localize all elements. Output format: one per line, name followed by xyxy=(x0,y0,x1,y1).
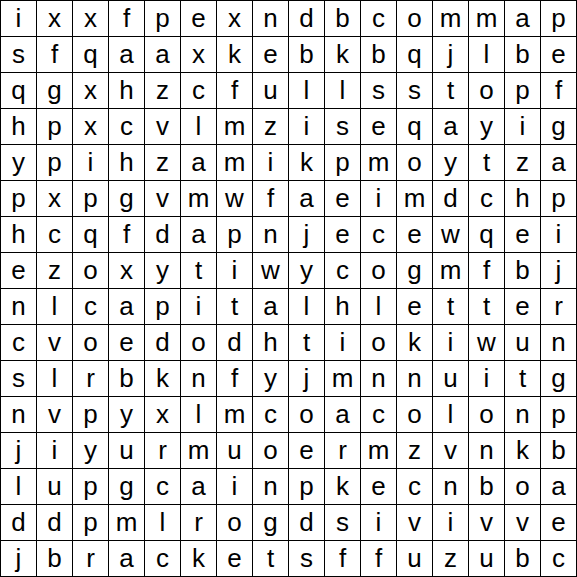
grid-cell[interactable]: e xyxy=(505,289,540,324)
grid-cell[interactable]: l xyxy=(181,397,216,432)
grid-cell[interactable]: n xyxy=(469,433,504,468)
grid-cell[interactable]: j xyxy=(289,217,324,252)
grid-cell[interactable]: c xyxy=(361,217,396,252)
grid-cell[interactable]: b xyxy=(505,541,540,576)
grid-cell[interactable]: h xyxy=(1,217,36,252)
grid-cell[interactable]: g xyxy=(37,73,72,108)
grid-cell[interactable]: d xyxy=(145,325,180,360)
grid-cell[interactable]: n xyxy=(253,469,288,504)
grid-cell[interactable]: l xyxy=(325,73,360,108)
grid-cell[interactable]: d xyxy=(37,505,72,540)
grid-cell[interactable]: o xyxy=(361,253,396,288)
grid-cell[interactable]: p xyxy=(505,73,540,108)
grid-cell[interactable]: j xyxy=(1,541,36,576)
grid-cell[interactable]: f xyxy=(217,361,252,396)
grid-cell[interactable]: s xyxy=(289,541,324,576)
grid-cell[interactable]: d xyxy=(289,1,324,36)
grid-cell[interactable]: p xyxy=(73,469,108,504)
grid-cell[interactable]: z xyxy=(37,253,72,288)
grid-cell[interactable]: p xyxy=(145,289,180,324)
grid-cell[interactable]: a xyxy=(505,1,540,36)
grid-cell[interactable]: o xyxy=(397,1,432,36)
grid-cell[interactable]: z xyxy=(145,73,180,108)
grid-cell[interactable]: m xyxy=(397,181,432,216)
grid-cell[interactable]: o xyxy=(397,145,432,180)
grid-cell[interactable]: p xyxy=(73,181,108,216)
grid-cell[interactable]: c xyxy=(145,469,180,504)
grid-cell[interactable]: g xyxy=(541,109,576,144)
grid-cell[interactable]: w xyxy=(433,217,468,252)
word-search-grid: ixxfpexndbcommapsfqaaxkebkbqjlbeqgxhzcfu… xyxy=(0,0,577,577)
grid-cell[interactable]: n xyxy=(1,289,36,324)
grid-cell[interactable]: c xyxy=(253,397,288,432)
grid-cell[interactable]: r xyxy=(73,361,108,396)
grid-cell[interactable]: p xyxy=(73,397,108,432)
grid-cell[interactable]: s xyxy=(1,361,36,396)
grid-cell[interactable]: p xyxy=(1,181,36,216)
grid-cell[interactable]: b xyxy=(361,37,396,72)
grid-cell[interactable]: p xyxy=(541,181,576,216)
grid-cell[interactable]: l xyxy=(1,469,36,504)
grid-cell[interactable]: i xyxy=(217,469,252,504)
grid-cell[interactable]: u xyxy=(469,541,504,576)
grid-cell[interactable]: u xyxy=(217,433,252,468)
grid-cell[interactable]: m xyxy=(109,505,144,540)
grid-cell[interactable]: r xyxy=(181,505,216,540)
grid-cell[interactable]: r xyxy=(541,289,576,324)
grid-cell[interactable]: w xyxy=(217,181,252,216)
grid-cell[interactable]: e xyxy=(217,541,252,576)
grid-cell[interactable]: l xyxy=(37,289,72,324)
grid-cell[interactable]: c xyxy=(1,325,36,360)
grid-cell[interactable]: p xyxy=(289,469,324,504)
grid-cell[interactable]: c xyxy=(109,109,144,144)
grid-cell[interactable]: b xyxy=(505,37,540,72)
grid-cell[interactable]: s xyxy=(325,109,360,144)
grid-cell[interactable]: d xyxy=(217,325,252,360)
grid-cell[interactable]: t xyxy=(469,289,504,324)
grid-cell[interactable]: n xyxy=(181,361,216,396)
grid-cell[interactable]: e xyxy=(289,433,324,468)
grid-cell[interactable]: q xyxy=(73,37,108,72)
grid-cell[interactable]: e xyxy=(109,325,144,360)
grid-cell[interactable]: m xyxy=(217,145,252,180)
grid-cell[interactable]: d xyxy=(145,217,180,252)
grid-cell[interactable]: o xyxy=(469,397,504,432)
grid-cell[interactable]: i xyxy=(37,433,72,468)
grid-cell[interactable]: i xyxy=(541,217,576,252)
grid-cell[interactable]: u xyxy=(397,541,432,576)
grid-cell[interactable]: l xyxy=(37,361,72,396)
grid-cell[interactable]: e xyxy=(1,253,36,288)
grid-cell[interactable]: b xyxy=(325,1,360,36)
grid-cell[interactable]: a xyxy=(433,109,468,144)
grid-cell[interactable]: h xyxy=(109,145,144,180)
grid-cell[interactable]: h xyxy=(109,73,144,108)
grid-cell[interactable]: z xyxy=(145,145,180,180)
grid-cell[interactable]: s xyxy=(325,505,360,540)
grid-cell[interactable]: c xyxy=(181,73,216,108)
grid-cell[interactable]: i xyxy=(73,145,108,180)
grid-cell[interactable]: v xyxy=(469,505,504,540)
grid-cell[interactable]: v xyxy=(145,181,180,216)
grid-cell[interactable]: k xyxy=(397,325,432,360)
grid-cell[interactable]: b xyxy=(289,37,324,72)
grid-cell[interactable]: c xyxy=(325,253,360,288)
grid-cell[interactable]: p xyxy=(541,1,576,36)
grid-cell[interactable]: t xyxy=(505,361,540,396)
grid-cell[interactable]: e xyxy=(181,1,216,36)
grid-cell[interactable]: f xyxy=(361,541,396,576)
grid-cell[interactable]: k xyxy=(181,541,216,576)
grid-cell[interactable]: g xyxy=(109,181,144,216)
grid-cell[interactable]: e xyxy=(541,505,576,540)
grid-cell[interactable]: q xyxy=(397,109,432,144)
grid-cell[interactable]: v xyxy=(433,433,468,468)
grid-cell[interactable]: a xyxy=(181,469,216,504)
grid-cell[interactable]: j xyxy=(1,433,36,468)
grid-cell[interactable]: e xyxy=(505,217,540,252)
grid-cell[interactable]: v xyxy=(37,325,72,360)
grid-cell[interactable]: z xyxy=(433,541,468,576)
grid-cell[interactable]: y xyxy=(145,253,180,288)
grid-cell[interactable]: t xyxy=(433,73,468,108)
grid-cell[interactable]: r xyxy=(73,541,108,576)
grid-cell[interactable]: v xyxy=(397,505,432,540)
grid-cell[interactable]: a xyxy=(253,289,288,324)
grid-cell[interactable]: o xyxy=(361,325,396,360)
grid-cell[interactable]: h xyxy=(325,289,360,324)
grid-cell[interactable]: e xyxy=(325,217,360,252)
grid-cell[interactable]: c xyxy=(541,541,576,576)
grid-cell[interactable]: z xyxy=(397,433,432,468)
grid-cell[interactable]: g xyxy=(253,505,288,540)
grid-cell[interactable]: p xyxy=(325,145,360,180)
grid-cell[interactable]: i xyxy=(361,181,396,216)
grid-cell[interactable]: d xyxy=(433,181,468,216)
grid-cell[interactable]: b xyxy=(109,361,144,396)
grid-cell[interactable]: i xyxy=(1,1,36,36)
grid-cell[interactable]: c xyxy=(469,181,504,216)
grid-cell[interactable]: x xyxy=(73,109,108,144)
grid-cell[interactable]: i xyxy=(253,145,288,180)
grid-cell[interactable]: y xyxy=(289,253,324,288)
grid-cell[interactable]: v xyxy=(505,505,540,540)
grid-cell[interactable]: a xyxy=(289,181,324,216)
grid-cell[interactable]: c xyxy=(397,469,432,504)
grid-cell[interactable]: u xyxy=(433,361,468,396)
grid-cell[interactable]: m xyxy=(217,397,252,432)
grid-cell[interactable]: n xyxy=(505,397,540,432)
grid-cell[interactable]: p xyxy=(541,397,576,432)
grid-cell[interactable]: n xyxy=(397,361,432,396)
grid-cell[interactable]: f xyxy=(109,1,144,36)
grid-cell[interactable]: k xyxy=(289,145,324,180)
grid-cell[interactable]: m xyxy=(361,433,396,468)
grid-cell[interactable]: t xyxy=(289,325,324,360)
grid-cell[interactable]: p xyxy=(217,217,252,252)
grid-cell[interactable]: r xyxy=(325,433,360,468)
grid-cell[interactable]: c xyxy=(361,1,396,36)
grid-cell[interactable]: n xyxy=(433,469,468,504)
grid-cell[interactable]: d xyxy=(1,505,36,540)
grid-cell[interactable]: c xyxy=(361,397,396,432)
grid-cell[interactable]: a xyxy=(181,217,216,252)
grid-cell[interactable]: y xyxy=(109,397,144,432)
grid-cell[interactable]: n xyxy=(253,1,288,36)
grid-cell[interactable]: l xyxy=(145,505,180,540)
grid-cell[interactable]: i xyxy=(469,361,504,396)
grid-cell[interactable]: m xyxy=(217,109,252,144)
grid-cell[interactable]: p xyxy=(37,109,72,144)
grid-cell[interactable]: i xyxy=(325,325,360,360)
grid-cell[interactable]: e xyxy=(361,469,396,504)
grid-cell[interactable]: m xyxy=(181,433,216,468)
grid-cell[interactable]: k xyxy=(325,37,360,72)
grid-cell[interactable]: a xyxy=(109,289,144,324)
grid-cell[interactable]: b xyxy=(469,469,504,504)
grid-cell[interactable]: y xyxy=(1,145,36,180)
grid-cell[interactable]: i xyxy=(181,289,216,324)
grid-cell[interactable]: j xyxy=(289,361,324,396)
grid-cell[interactable]: v xyxy=(37,397,72,432)
grid-cell[interactable]: e xyxy=(541,37,576,72)
grid-cell[interactable]: q xyxy=(1,73,36,108)
grid-cell[interactable]: p xyxy=(37,145,72,180)
grid-cell[interactable]: a xyxy=(541,469,576,504)
grid-cell[interactable]: c xyxy=(37,217,72,252)
grid-cell[interactable]: m xyxy=(469,1,504,36)
grid-cell[interactable]: x xyxy=(109,253,144,288)
grid-cell[interactable]: l xyxy=(289,289,324,324)
grid-cell[interactable]: x xyxy=(181,37,216,72)
grid-cell[interactable]: z xyxy=(253,109,288,144)
grid-cell[interactable]: k xyxy=(145,361,180,396)
grid-cell[interactable]: q xyxy=(73,217,108,252)
grid-cell[interactable]: x xyxy=(37,181,72,216)
grid-cell[interactable]: y xyxy=(253,361,288,396)
grid-cell[interactable]: y xyxy=(433,145,468,180)
grid-cell[interactable]: n xyxy=(253,217,288,252)
grid-cell[interactable]: t xyxy=(433,289,468,324)
grid-cell[interactable]: f xyxy=(325,541,360,576)
grid-cell[interactable]: a xyxy=(541,145,576,180)
grid-cell[interactable]: y xyxy=(73,433,108,468)
grid-cell[interactable]: r xyxy=(145,433,180,468)
grid-cell[interactable]: e xyxy=(325,181,360,216)
grid-cell[interactable]: w xyxy=(253,253,288,288)
grid-cell[interactable]: s xyxy=(397,73,432,108)
grid-cell[interactable]: t xyxy=(469,145,504,180)
grid-cell[interactable]: a xyxy=(325,397,360,432)
grid-cell[interactable]: i xyxy=(361,505,396,540)
grid-cell[interactable]: j xyxy=(433,37,468,72)
grid-cell[interactable]: g xyxy=(109,469,144,504)
grid-cell[interactable]: x xyxy=(73,1,108,36)
grid-cell[interactable]: l xyxy=(469,37,504,72)
grid-cell[interactable]: u xyxy=(253,73,288,108)
grid-cell[interactable]: m xyxy=(361,145,396,180)
grid-cell[interactable]: e xyxy=(361,109,396,144)
grid-cell[interactable]: i xyxy=(217,253,252,288)
grid-cell[interactable]: j xyxy=(541,253,576,288)
grid-cell[interactable]: a xyxy=(109,37,144,72)
grid-cell[interactable]: k xyxy=(325,469,360,504)
grid-cell[interactable]: f xyxy=(541,73,576,108)
grid-cell[interactable]: i xyxy=(433,325,468,360)
grid-cell[interactable]: i xyxy=(289,109,324,144)
grid-cell[interactable]: o xyxy=(469,73,504,108)
grid-cell[interactable]: l xyxy=(433,397,468,432)
grid-cell[interactable]: l xyxy=(289,73,324,108)
grid-cell[interactable]: n xyxy=(541,325,576,360)
grid-cell[interactable]: g xyxy=(541,361,576,396)
grid-cell[interactable]: m xyxy=(433,253,468,288)
grid-cell[interactable]: o xyxy=(253,433,288,468)
grid-cell[interactable]: e xyxy=(397,289,432,324)
grid-cell[interactable]: x xyxy=(145,397,180,432)
grid-cell[interactable]: m xyxy=(325,361,360,396)
grid-cell[interactable]: c xyxy=(73,289,108,324)
grid-cell[interactable]: m xyxy=(433,1,468,36)
grid-cell[interactable]: x xyxy=(217,1,252,36)
grid-cell[interactable]: h xyxy=(505,181,540,216)
grid-cell[interactable]: o xyxy=(217,505,252,540)
grid-cell[interactable]: p xyxy=(73,505,108,540)
grid-cell[interactable]: b xyxy=(505,253,540,288)
grid-cell[interactable]: e xyxy=(253,37,288,72)
grid-cell[interactable]: b xyxy=(37,541,72,576)
grid-cell[interactable]: w xyxy=(469,325,504,360)
grid-cell[interactable]: f xyxy=(37,37,72,72)
grid-cell[interactable]: f xyxy=(469,253,504,288)
grid-cell[interactable]: n xyxy=(361,361,396,396)
grid-cell[interactable]: f xyxy=(217,73,252,108)
grid-cell[interactable]: l xyxy=(181,109,216,144)
grid-cell[interactable]: i xyxy=(505,109,540,144)
grid-cell[interactable]: o xyxy=(181,325,216,360)
grid-cell[interactable]: e xyxy=(397,217,432,252)
grid-cell[interactable]: i xyxy=(433,505,468,540)
grid-cell[interactable]: h xyxy=(253,325,288,360)
grid-cell[interactable]: t xyxy=(181,253,216,288)
grid-cell[interactable]: o xyxy=(73,325,108,360)
grid-cell[interactable]: h xyxy=(1,109,36,144)
grid-cell[interactable]: q xyxy=(469,217,504,252)
grid-cell[interactable]: z xyxy=(505,145,540,180)
grid-cell[interactable]: y xyxy=(469,109,504,144)
grid-cell[interactable]: a xyxy=(181,145,216,180)
grid-cell[interactable]: s xyxy=(361,73,396,108)
grid-cell[interactable]: u xyxy=(109,433,144,468)
grid-cell[interactable]: x xyxy=(37,1,72,36)
grid-cell[interactable]: t xyxy=(217,289,252,324)
grid-cell[interactable]: c xyxy=(145,541,180,576)
grid-cell[interactable]: q xyxy=(397,37,432,72)
grid-cell[interactable]: x xyxy=(73,73,108,108)
grid-cell[interactable]: g xyxy=(397,253,432,288)
grid-cell[interactable]: b xyxy=(541,433,576,468)
grid-cell[interactable]: s xyxy=(1,37,36,72)
grid-cell[interactable]: f xyxy=(253,181,288,216)
grid-cell[interactable]: k xyxy=(505,433,540,468)
grid-cell[interactable]: v xyxy=(145,109,180,144)
grid-cell[interactable]: o xyxy=(505,469,540,504)
grid-cell[interactable]: u xyxy=(37,469,72,504)
grid-cell[interactable]: f xyxy=(109,217,144,252)
grid-cell[interactable]: k xyxy=(217,37,252,72)
grid-cell[interactable]: t xyxy=(253,541,288,576)
grid-cell[interactable]: a xyxy=(145,37,180,72)
grid-cell[interactable]: l xyxy=(361,289,396,324)
grid-cell[interactable]: a xyxy=(109,541,144,576)
grid-cell[interactable]: u xyxy=(505,325,540,360)
grid-cell[interactable]: d xyxy=(289,505,324,540)
grid-cell[interactable]: p xyxy=(145,1,180,36)
grid-cell[interactable]: o xyxy=(73,253,108,288)
grid-cell[interactable]: m xyxy=(181,181,216,216)
grid-cell[interactable]: n xyxy=(1,397,36,432)
grid-cell[interactable]: o xyxy=(289,397,324,432)
grid-cell[interactable]: o xyxy=(397,397,432,432)
